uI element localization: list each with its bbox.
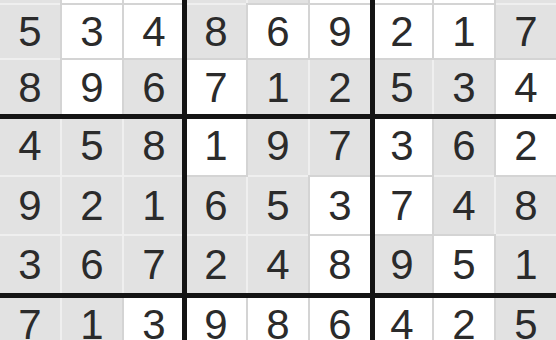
cut-row-cell-c8[interactable] bbox=[434, 0, 494, 3]
cell-r5c4[interactable]: 2 bbox=[186, 236, 246, 293]
cell-r5c3[interactable]: 7 bbox=[124, 236, 184, 293]
cell-r4c8[interactable]: 4 bbox=[434, 177, 494, 234]
cell-r2c4[interactable]: 7 bbox=[186, 60, 246, 115]
cell-r3c4[interactable]: 1 bbox=[186, 117, 246, 175]
cut-row-cell-c1[interactable] bbox=[0, 0, 60, 3]
cell-r1c7[interactable]: 2 bbox=[372, 5, 432, 58]
cell-r1c5[interactable]: 6 bbox=[248, 5, 308, 58]
cell-r6c3[interactable]: 3 bbox=[124, 295, 184, 340]
cell-r1c9[interactable]: 7 bbox=[496, 5, 556, 58]
cell-r5c6[interactable]: 8 bbox=[310, 236, 370, 293]
box-divider-vertical-right bbox=[370, 0, 375, 340]
cell-r1c4[interactable]: 8 bbox=[186, 5, 246, 58]
cell-r3c6[interactable]: 7 bbox=[310, 117, 370, 175]
cell-r3c9[interactable]: 2 bbox=[496, 117, 556, 175]
cell-r5c9[interactable]: 1 bbox=[496, 236, 556, 293]
cell-r2c1[interactable]: 8 bbox=[0, 60, 60, 115]
box-divider-horizontal-bottom bbox=[0, 293, 556, 298]
cell-r6c1[interactable]: 7 bbox=[0, 295, 60, 340]
cell-r4c4[interactable]: 6 bbox=[186, 177, 246, 234]
cell-r5c1[interactable]: 3 bbox=[0, 236, 60, 293]
cell-r1c6[interactable]: 9 bbox=[310, 5, 370, 58]
sudoku-app-viewport: 5348692178967125344581973629216537483672… bbox=[0, 0, 556, 340]
box-divider-horizontal-top bbox=[0, 114, 556, 119]
cell-r3c2[interactable]: 5 bbox=[62, 117, 122, 175]
cell-r3c1[interactable]: 4 bbox=[0, 117, 60, 175]
cell-r6c4[interactable]: 9 bbox=[186, 295, 246, 340]
cell-r1c1[interactable]: 5 bbox=[0, 5, 60, 58]
cell-r4c5[interactable]: 5 bbox=[248, 177, 308, 234]
cell-r5c8[interactable]: 5 bbox=[434, 236, 494, 293]
cell-r2c8[interactable]: 3 bbox=[434, 60, 494, 115]
cell-r1c2[interactable]: 3 bbox=[62, 5, 122, 58]
cell-r1c8[interactable]: 1 bbox=[434, 5, 494, 58]
cut-row-cell-c9[interactable] bbox=[496, 0, 556, 3]
cell-r6c8[interactable]: 2 bbox=[434, 295, 494, 340]
cell-r2c7[interactable]: 5 bbox=[372, 60, 432, 115]
cut-row-cell-c4[interactable] bbox=[186, 0, 246, 3]
cell-r1c3[interactable]: 4 bbox=[124, 5, 184, 58]
cell-r4c1[interactable]: 9 bbox=[0, 177, 60, 234]
box-divider-vertical-left bbox=[182, 0, 187, 340]
cell-r2c3[interactable]: 6 bbox=[124, 60, 184, 115]
cell-r4c9[interactable]: 8 bbox=[496, 177, 556, 234]
cell-r5c7[interactable]: 9 bbox=[372, 236, 432, 293]
cell-r2c9[interactable]: 4 bbox=[496, 60, 556, 115]
cut-row-cell-c6[interactable] bbox=[310, 0, 370, 3]
cell-r6c7[interactable]: 4 bbox=[372, 295, 432, 340]
cell-r6c5[interactable]: 8 bbox=[248, 295, 308, 340]
cell-r4c7[interactable]: 7 bbox=[372, 177, 432, 234]
cut-row-cell-c2[interactable] bbox=[62, 0, 122, 3]
cell-r6c9[interactable]: 5 bbox=[496, 295, 556, 340]
cell-r2c2[interactable]: 9 bbox=[62, 60, 122, 115]
cell-r3c7[interactable]: 3 bbox=[372, 117, 432, 175]
cell-r4c6[interactable]: 3 bbox=[310, 177, 370, 234]
cell-r3c5[interactable]: 9 bbox=[248, 117, 308, 175]
cut-row-cell-c3[interactable] bbox=[124, 0, 184, 3]
cell-r6c6[interactable]: 6 bbox=[310, 295, 370, 340]
cut-row-cell-c7[interactable] bbox=[372, 0, 432, 3]
cell-r4c3[interactable]: 1 bbox=[124, 177, 184, 234]
cell-r5c5[interactable]: 4 bbox=[248, 236, 308, 293]
cell-r4c2[interactable]: 2 bbox=[62, 177, 122, 234]
cell-r6c2[interactable]: 1 bbox=[62, 295, 122, 340]
cell-r3c3[interactable]: 8 bbox=[124, 117, 184, 175]
cut-row-cell-c5[interactable] bbox=[248, 0, 308, 3]
cell-r2c6[interactable]: 2 bbox=[310, 60, 370, 115]
cell-r5c2[interactable]: 6 bbox=[62, 236, 122, 293]
cell-r3c8[interactable]: 6 bbox=[434, 117, 494, 175]
cell-r2c5[interactable]: 1 bbox=[248, 60, 308, 115]
sudoku-board: 5348692178967125344581973629216537483672… bbox=[0, 0, 556, 340]
